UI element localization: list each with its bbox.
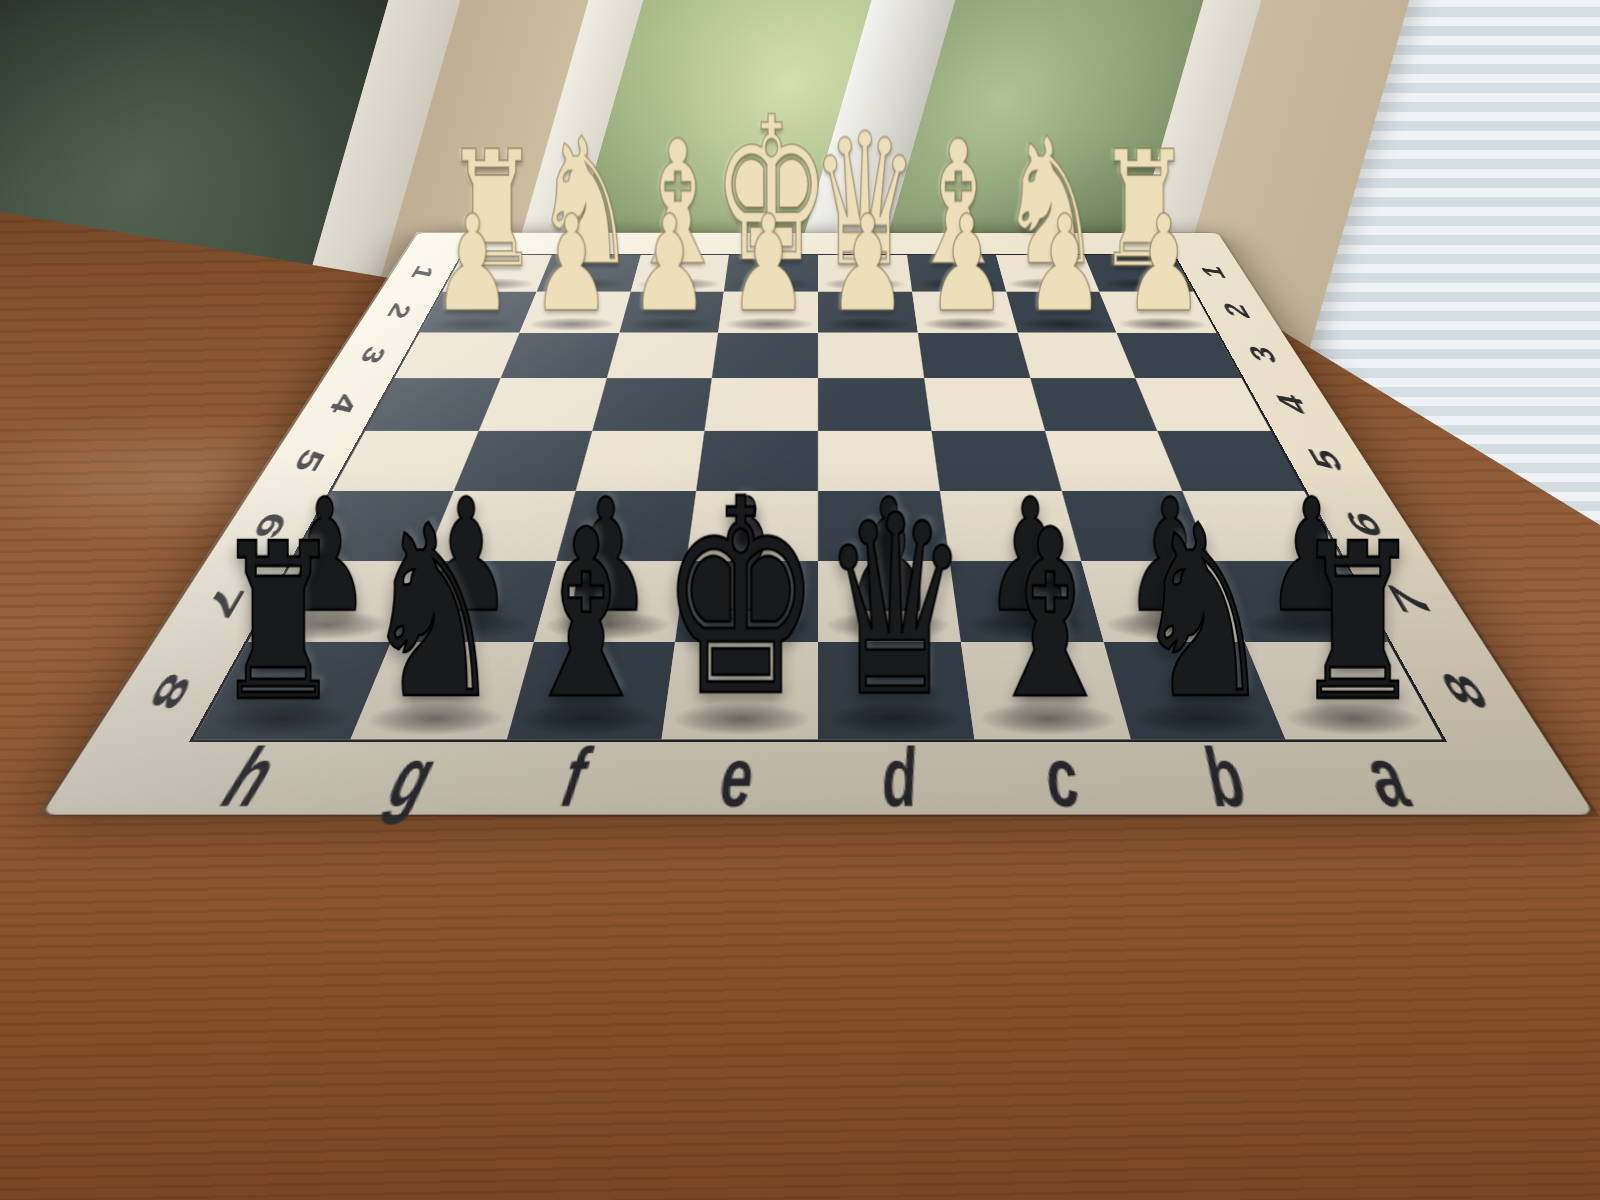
piece-black-queen-d8[interactable]: ♛ — [821, 491, 969, 727]
square-g2[interactable]: ♟ — [519, 292, 630, 333]
file-label-e: e — [649, 732, 818, 827]
piece-black-bishop-f8[interactable]: ♝ — [517, 506, 656, 726]
piece-white-pawn-g2[interactable]: ♟ — [531, 201, 611, 327]
file-label-a: a — [1285, 732, 1494, 827]
square-g8[interactable]: ♞ — [350, 642, 533, 739]
piece-black-rook-a8[interactable]: ♜ — [1293, 522, 1422, 727]
piece-white-pawn-a2[interactable]: ♟ — [1124, 201, 1204, 327]
file-label-g: g — [311, 732, 506, 827]
piece-black-king-e8[interactable]: ♚ — [660, 470, 821, 726]
square-f2[interactable]: ♟ — [619, 292, 724, 333]
piece-white-pawn-b2[interactable]: ♟ — [1025, 201, 1105, 327]
square-b2[interactable]: ♟ — [1006, 292, 1117, 333]
file-label-c: c — [974, 732, 1156, 827]
square-g3[interactable] — [500, 332, 619, 378]
piece-white-pawn-f2[interactable]: ♟ — [630, 201, 710, 327]
square-d4[interactable] — [818, 378, 931, 430]
piece-black-bishop-c8[interactable]: ♝ — [980, 506, 1119, 726]
square-b3[interactable] — [1017, 332, 1136, 378]
square-c3[interactable] — [918, 332, 1030, 378]
square-d3[interactable] — [818, 332, 924, 378]
file-label-d: d — [818, 732, 987, 827]
square-e2[interactable]: ♟ — [718, 292, 818, 333]
square-h2[interactable]: ♟ — [420, 292, 537, 333]
piece-black-knight-b8[interactable]: ♞ — [1133, 501, 1275, 727]
square-f8[interactable]: ♝ — [506, 642, 675, 739]
square-c8[interactable]: ♝ — [961, 642, 1130, 739]
piece-white-pawn-d2[interactable]: ♟ — [828, 201, 908, 327]
room-scene: ♜♞♝♚♛♝♞♜♟♟♟♟♟♟♟♟♟♟♟♟♟♟♟♟♜♞♝♚♛♝♞♜ hgfedcb… — [0, 0, 1600, 1200]
square-c2[interactable]: ♟ — [912, 292, 1017, 333]
square-e4[interactable] — [705, 378, 818, 430]
square-f3[interactable] — [606, 332, 718, 378]
square-b8[interactable]: ♞ — [1103, 642, 1286, 739]
piece-white-pawn-c2[interactable]: ♟ — [926, 201, 1006, 327]
file-label-h: h — [142, 732, 351, 827]
file-label-f: f — [480, 732, 662, 827]
square-g4[interactable] — [478, 378, 606, 430]
square-d8[interactable]: ♛ — [818, 642, 974, 739]
square-e8[interactable]: ♚ — [662, 642, 818, 739]
piece-black-rook-h8[interactable]: ♜ — [214, 522, 343, 727]
piece-white-pawn-e2[interactable]: ♟ — [729, 201, 809, 327]
square-a2[interactable]: ♟ — [1100, 292, 1217, 333]
file-labels-bottom: hgfedcba — [148, 742, 1487, 815]
file-label-b: b — [1130, 732, 1325, 827]
square-f4[interactable] — [592, 378, 712, 430]
square-d2[interactable]: ♟ — [818, 292, 918, 333]
square-c4[interactable] — [924, 378, 1044, 430]
square-e3[interactable] — [712, 332, 818, 378]
piece-white-pawn-h2[interactable]: ♟ — [432, 201, 512, 327]
piece-black-knight-g8[interactable]: ♞ — [361, 501, 503, 727]
